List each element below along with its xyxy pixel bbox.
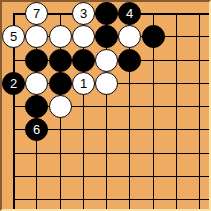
stone-black[interactable] (95, 25, 118, 48)
stone-black[interactable] (49, 72, 72, 95)
go-board-diagram: 7345216 (0, 0, 211, 211)
stone-white[interactable] (118, 25, 141, 48)
move-number-label: 7 (33, 7, 40, 20)
move-number-label: 5 (10, 30, 17, 43)
stone-black[interactable] (118, 49, 141, 72)
stone-black[interactable] (25, 95, 48, 118)
move-number-label: 1 (80, 77, 87, 90)
stone-white-move-7[interactable]: 7 (25, 2, 48, 25)
grid-line-horizontal (13, 176, 209, 177)
stone-white[interactable] (95, 49, 118, 72)
move-number-label: 3 (80, 7, 87, 20)
stone-white-move-3[interactable]: 3 (72, 2, 95, 25)
stone-white[interactable] (95, 72, 118, 95)
grid-line-horizontal (13, 199, 209, 200)
move-number-label: 4 (126, 7, 133, 20)
stone-white[interactable] (25, 25, 48, 48)
stone-white[interactable] (25, 72, 48, 95)
stone-black[interactable] (25, 49, 48, 72)
grid-line-vertical (199, 13, 200, 209)
move-number-label: 2 (10, 77, 17, 90)
stone-black-move-2[interactable]: 2 (2, 72, 25, 95)
move-number-label: 6 (33, 123, 40, 136)
grid-line-horizontal (13, 153, 209, 154)
stone-white[interactable] (72, 25, 95, 48)
stone-white-move-5[interactable]: 5 (2, 25, 25, 48)
stone-black-move-4[interactable]: 4 (118, 2, 141, 25)
stone-white[interactable] (49, 95, 72, 118)
stone-white-move-1[interactable]: 1 (72, 72, 95, 95)
grid-line-vertical (176, 13, 177, 209)
stone-black[interactable] (95, 2, 118, 25)
stone-black[interactable] (49, 49, 72, 72)
stone-black[interactable] (72, 49, 95, 72)
stone-black[interactable] (142, 25, 165, 48)
stone-black-move-6[interactable]: 6 (25, 118, 48, 141)
stone-white[interactable] (49, 25, 72, 48)
